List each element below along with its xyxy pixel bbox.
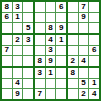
cell-r9c7[interactable] — [68, 89, 78, 99]
cell-r1c5[interactable] — [46, 2, 56, 12]
cell-r7c7: 8 — [68, 68, 78, 78]
cell-r6c8: 4 — [79, 56, 89, 66]
cell-r5c7[interactable] — [68, 46, 78, 56]
cell-r7c5: 1 — [46, 68, 56, 78]
cell-r4c7[interactable] — [68, 35, 78, 45]
cell-r6c3[interactable] — [23, 56, 33, 66]
cell-r4c4[interactable] — [35, 35, 45, 45]
cell-r2c7[interactable] — [68, 13, 78, 23]
cell-r5c2[interactable] — [13, 46, 23, 56]
cell-r8c8: 5 — [79, 79, 89, 89]
cell-r4c9[interactable] — [89, 35, 99, 45]
cell-r3c1[interactable] — [2, 23, 12, 33]
cell-r5c9: 6 — [89, 46, 99, 56]
cell-r2c5[interactable] — [46, 13, 56, 23]
cell-r8c7[interactable] — [68, 79, 78, 89]
cell-r5c5: 3 — [46, 46, 56, 56]
cell-r3c6: 9 — [56, 23, 66, 33]
cell-r9c5[interactable] — [46, 89, 56, 99]
block-2-2: 41389 — [35, 35, 66, 66]
block-3-2: 317 — [35, 68, 66, 99]
block-3-1: 49 — [2, 68, 33, 99]
cell-r6c5: 9 — [46, 56, 56, 66]
cell-r7c8[interactable] — [79, 68, 89, 78]
cell-r1c4[interactable] — [35, 2, 45, 12]
cell-r9c4: 7 — [35, 89, 45, 99]
cell-r1c6: 6 — [56, 2, 66, 12]
cell-r9c8: 2 — [79, 89, 89, 99]
cell-r3c7[interactable] — [68, 23, 78, 33]
cell-r2c8: 9 — [79, 13, 89, 23]
cell-r1c7[interactable] — [68, 2, 78, 12]
cell-r5c1: 7 — [2, 46, 12, 56]
cell-r9c9: 4 — [89, 89, 99, 99]
cell-r5c8[interactable] — [79, 46, 89, 56]
cell-r3c4[interactable] — [35, 23, 45, 33]
cell-r2c2: 1 — [13, 13, 23, 23]
cell-r8c5[interactable] — [46, 79, 56, 89]
cell-r4c6: 1 — [56, 35, 66, 45]
cell-r2c6[interactable] — [56, 13, 66, 23]
cell-r4c1[interactable] — [2, 35, 12, 45]
block-3-3: 85124 — [68, 68, 99, 99]
cell-r6c9[interactable] — [89, 56, 99, 66]
cell-r5c4[interactable] — [35, 46, 45, 56]
cell-r8c2: 4 — [13, 79, 23, 89]
cell-r7c4: 3 — [35, 68, 45, 78]
cell-r1c9[interactable] — [89, 2, 99, 12]
cell-r5c3[interactable] — [23, 46, 33, 56]
cell-r3c2[interactable] — [13, 23, 23, 33]
cell-r3c9[interactable] — [89, 23, 99, 33]
cell-r9c1[interactable] — [2, 89, 12, 99]
cell-r9c3[interactable] — [23, 89, 33, 99]
cell-r2c1: 6 — [2, 13, 12, 23]
cell-r7c2[interactable] — [13, 68, 23, 78]
cell-r4c2: 2 — [13, 35, 23, 45]
sudoku-board: 8361568979237413896244931785124 — [0, 0, 101, 101]
cell-r6c6[interactable] — [56, 56, 66, 66]
cell-r2c4[interactable] — [35, 13, 45, 23]
cell-r1c2: 3 — [13, 2, 23, 12]
cell-r9c6[interactable] — [56, 89, 66, 99]
cell-r4c8[interactable] — [79, 35, 89, 45]
cell-r2c3[interactable] — [23, 13, 33, 23]
cell-r2c9[interactable] — [89, 13, 99, 23]
cell-r6c1[interactable] — [2, 56, 12, 66]
cell-r5c6[interactable] — [56, 46, 66, 56]
cell-r1c1: 8 — [2, 2, 12, 12]
cell-r8c1[interactable] — [2, 79, 12, 89]
block-2-3: 624 — [68, 35, 99, 66]
block-1-3: 79 — [68, 2, 99, 33]
cell-r1c3[interactable] — [23, 2, 33, 12]
cell-r3c8[interactable] — [79, 23, 89, 33]
cell-r8c3[interactable] — [23, 79, 33, 89]
block-2-1: 237 — [2, 35, 33, 66]
cell-r7c6[interactable] — [56, 68, 66, 78]
cell-r4c3: 3 — [23, 35, 33, 45]
cell-r6c7: 2 — [68, 56, 78, 66]
cell-r1c8: 7 — [79, 2, 89, 12]
cell-r6c2[interactable] — [13, 56, 23, 66]
cell-r3c3: 5 — [23, 23, 33, 33]
cell-r3c5: 8 — [46, 23, 56, 33]
cell-r7c3[interactable] — [23, 68, 33, 78]
cell-r8c9: 1 — [89, 79, 99, 89]
cell-r7c9[interactable] — [89, 68, 99, 78]
cell-r6c4: 8 — [35, 56, 45, 66]
block-1-1: 83615 — [2, 2, 33, 33]
block-1-2: 689 — [35, 2, 66, 33]
cell-r7c1[interactable] — [2, 68, 12, 78]
cell-r4c5: 4 — [46, 35, 56, 45]
cell-r9c2: 9 — [13, 89, 23, 99]
cell-r8c6[interactable] — [56, 79, 66, 89]
cell-r8c4[interactable] — [35, 79, 45, 89]
